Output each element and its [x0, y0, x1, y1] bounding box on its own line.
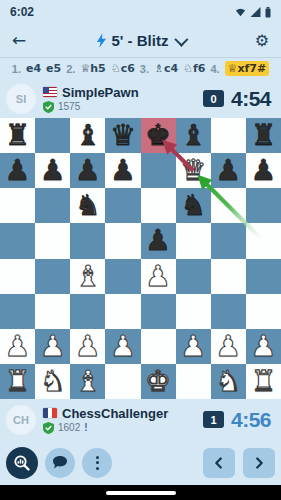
- square-f3[interactable]: [176, 294, 211, 329]
- move-item[interactable]: ♕h5: [80, 62, 105, 75]
- game-mode-dropdown[interactable]: 5' - Blitz: [26, 32, 254, 49]
- square-a6[interactable]: [0, 188, 35, 223]
- square-f4[interactable]: [176, 259, 211, 294]
- move-item[interactable]: e4: [26, 62, 41, 75]
- gesture-nav-bar: [0, 485, 281, 500]
- black-king-e8: ♚: [141, 118, 176, 153]
- square-h8[interactable]: ♜: [246, 118, 281, 153]
- analysis-icon: [13, 454, 31, 472]
- black-pawn-e5: ♟: [141, 223, 176, 258]
- square-f1[interactable]: [176, 364, 211, 399]
- square-g3[interactable]: [211, 294, 246, 329]
- avatar: SI: [6, 84, 36, 114]
- square-d3[interactable]: [105, 294, 140, 329]
- white-pawn-h2: ♟: [246, 329, 281, 364]
- square-d6[interactable]: [105, 188, 140, 223]
- square-f8[interactable]: ♝: [176, 118, 211, 153]
- player-name-bottom[interactable]: ChessChallenger: [62, 406, 168, 421]
- square-d8[interactable]: ♛: [105, 118, 140, 153]
- square-g7[interactable]: ♟: [211, 153, 246, 188]
- square-g1[interactable]: ♞: [211, 364, 246, 399]
- black-knight-c6: ♞: [70, 188, 105, 223]
- move-item[interactable]: ♘f6: [183, 62, 205, 75]
- exclamation-icon: !: [84, 422, 87, 433]
- square-f5[interactable]: [176, 223, 211, 258]
- black-pawn-h7: ♟: [246, 153, 281, 188]
- chevron-left-icon: [211, 455, 227, 471]
- black-rook-a8: ♜: [0, 118, 35, 153]
- square-e5[interactable]: ♟: [141, 223, 176, 258]
- white-pawn-b2: ♟: [35, 329, 70, 364]
- score-badge-bottom: 1: [203, 411, 224, 428]
- square-g6[interactable]: [211, 188, 246, 223]
- square-f2[interactable]: ♟: [176, 329, 211, 364]
- nav-handle[interactable]: [106, 491, 176, 495]
- move-item[interactable]: e5: [46, 62, 61, 75]
- square-d4[interactable]: [105, 259, 140, 294]
- white-pawn-g2: ♟: [211, 329, 246, 364]
- analysis-button[interactable]: [6, 447, 38, 479]
- black-bishop-c8: ♝: [70, 118, 105, 153]
- square-a8[interactable]: ♜: [0, 118, 35, 153]
- player-name-top[interactable]: SimplePawn: [62, 85, 139, 100]
- square-b2[interactable]: ♟: [35, 329, 70, 364]
- square-b1[interactable]: ♞: [35, 364, 70, 399]
- lightning-icon: [96, 33, 107, 48]
- square-a7[interactable]: ♟: [0, 153, 35, 188]
- settings-button[interactable]: ⚙: [255, 31, 269, 50]
- square-b8[interactable]: [35, 118, 70, 153]
- vertical-dots-icon: [96, 456, 99, 470]
- score-badge-top: 0: [203, 90, 224, 107]
- square-h4[interactable]: [246, 259, 281, 294]
- chevron-right-icon: [251, 455, 267, 471]
- clock-top: 4:54: [231, 87, 271, 111]
- chat-button[interactable]: [45, 448, 75, 478]
- square-h5[interactable]: [246, 223, 281, 258]
- move-item[interactable]: ♕xf7#: [225, 61, 270, 76]
- white-bishop-c1: ♝: [70, 364, 105, 399]
- square-b6[interactable]: [35, 188, 70, 223]
- square-a3[interactable]: [0, 294, 35, 329]
- square-h7[interactable]: ♟: [246, 153, 281, 188]
- square-c1[interactable]: ♝: [70, 364, 105, 399]
- white-pawn-a2: ♟: [0, 329, 35, 364]
- black-pawn-b7: ♟: [35, 153, 70, 188]
- square-a5[interactable]: [0, 223, 35, 258]
- white-bishop-c4: ♝: [70, 259, 105, 294]
- white-rook-a1: ♜: [0, 364, 35, 399]
- square-h3[interactable]: [246, 294, 281, 329]
- square-d2[interactable]: ♟: [105, 329, 140, 364]
- square-d1[interactable]: [105, 364, 140, 399]
- chat-bubble-icon: [52, 455, 68, 470]
- square-a4[interactable]: [0, 259, 35, 294]
- wifi-icon: [235, 7, 246, 17]
- player-row-top: SI SimplePawn 1575 0 4:54: [0, 79, 281, 118]
- square-h1[interactable]: ♜: [246, 364, 281, 399]
- square-d5[interactable]: [105, 223, 140, 258]
- chevron-down-icon: [175, 32, 189, 46]
- white-pawn-e4: ♟: [141, 259, 176, 294]
- black-rook-h8: ♜: [246, 118, 281, 153]
- back-button[interactable]: ←: [12, 32, 26, 49]
- shield-check-icon: [43, 422, 54, 434]
- bottom-toolbar: [0, 440, 281, 485]
- status-bar: 6:02: [0, 0, 281, 24]
- avatar: CH: [6, 405, 36, 435]
- status-clock: 6:02: [10, 5, 34, 19]
- page-title: 5' - Blitz: [112, 32, 169, 49]
- white-knight-b1: ♞: [35, 364, 70, 399]
- black-knight-f6: ♞: [176, 188, 211, 223]
- square-g4[interactable]: [211, 259, 246, 294]
- square-c7[interactable]: ♟: [70, 153, 105, 188]
- square-c3[interactable]: [70, 294, 105, 329]
- black-pawn-a7: ♟: [0, 153, 35, 188]
- square-b7[interactable]: ♟: [35, 153, 70, 188]
- next-move-button[interactable]: [243, 448, 275, 478]
- square-e2[interactable]: [141, 329, 176, 364]
- square-d7[interactable]: ♟: [105, 153, 140, 188]
- white-rook-h1: ♜: [246, 364, 281, 399]
- app-bar: ← 5' - Blitz ⚙: [0, 24, 281, 58]
- player-rating-bottom: 1602: [58, 422, 80, 433]
- white-pawn-c2: ♟: [70, 329, 105, 364]
- square-b3[interactable]: [35, 294, 70, 329]
- us-flag-icon: [43, 87, 57, 97]
- square-e6[interactable]: [141, 188, 176, 223]
- square-b5[interactable]: [35, 223, 70, 258]
- clock-bottom: 4:56: [231, 408, 271, 432]
- square-e1[interactable]: ♚: [141, 364, 176, 399]
- move-number: 1.: [12, 63, 21, 75]
- square-c5[interactable]: [70, 223, 105, 258]
- move-item[interactable]: ♗c4: [154, 62, 178, 75]
- square-c8[interactable]: ♝: [70, 118, 105, 153]
- square-h6[interactable]: [246, 188, 281, 223]
- square-f6[interactable]: ♞: [176, 188, 211, 223]
- battery-icon: [265, 7, 271, 18]
- move-number: 4.: [210, 63, 219, 75]
- black-pawn-c7: ♟: [70, 153, 105, 188]
- square-e3[interactable]: [141, 294, 176, 329]
- square-c4[interactable]: ♝: [70, 259, 105, 294]
- move-list: 1.e4e52.♕h5♘c63.♗c4♘f64.♕xf7#: [0, 58, 281, 79]
- square-c6[interactable]: ♞: [70, 188, 105, 223]
- square-g5[interactable]: [211, 223, 246, 258]
- move-number: 3.: [140, 63, 149, 75]
- square-f7[interactable]: ♛: [176, 153, 211, 188]
- move-item[interactable]: ♘c6: [111, 62, 135, 75]
- player-row-bottom: CH ChessChallenger 1602 ! 1 4:56: [0, 399, 281, 440]
- square-e4[interactable]: ♟: [141, 259, 176, 294]
- square-h2[interactable]: ♟: [246, 329, 281, 364]
- move-number: 2.: [66, 63, 75, 75]
- shield-check-icon: [43, 101, 54, 113]
- more-options-button[interactable]: [82, 448, 112, 478]
- square-a1[interactable]: ♜: [0, 364, 35, 399]
- square-g8[interactable]: [211, 118, 246, 153]
- square-c2[interactable]: ♟: [70, 329, 105, 364]
- square-e8[interactable]: ♚: [141, 118, 176, 153]
- signal-icon: [250, 7, 261, 17]
- white-knight-g1: ♞: [211, 364, 246, 399]
- prev-move-button[interactable]: [203, 448, 235, 478]
- fr-flag-icon: [43, 408, 57, 418]
- white-pawn-f2: ♟: [176, 329, 211, 364]
- player-rating-top: 1575: [58, 101, 80, 112]
- white-king-e1: ♚: [141, 364, 176, 399]
- square-g2[interactable]: ♟: [211, 329, 246, 364]
- square-b4[interactable]: [35, 259, 70, 294]
- square-a2[interactable]: ♟: [0, 329, 35, 364]
- square-e7[interactable]: [141, 153, 176, 188]
- black-pawn-d7: ♟: [105, 153, 140, 188]
- black-queen-d8: ♛: [105, 118, 140, 153]
- white-queen-f7: ♛: [176, 153, 211, 188]
- white-pawn-d2: ♟: [105, 329, 140, 364]
- chess-board: ♜♝♛♚♝♜♟♟♟♟♛♟♟♞♞♟♝♟♟♟♟♟♟♟♟♜♞♝♚♞♜: [0, 118, 281, 399]
- black-pawn-g7: ♟: [211, 153, 246, 188]
- black-bishop-f8: ♝: [176, 118, 211, 153]
